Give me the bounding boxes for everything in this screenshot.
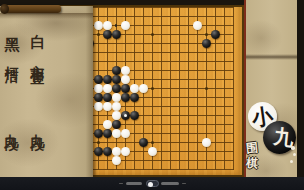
hoshi-point: [97, 141, 100, 144]
logo-dot-icon: [293, 153, 296, 156]
black-stone: [103, 129, 112, 138]
black-stone: [103, 147, 112, 156]
black-stone: [103, 93, 112, 102]
hoshi-point: [151, 87, 154, 90]
white-stone: [103, 120, 112, 129]
white-stone: [121, 66, 130, 75]
white-stone: [103, 102, 112, 111]
hoshi-point: [205, 33, 208, 36]
logo-dot-icon: [291, 146, 295, 150]
black-stone: [112, 30, 121, 39]
white-stone: [139, 84, 148, 93]
players-scroll-panel: 白 卞相壹 九段 黑 柯洁 九段: [0, 0, 95, 177]
white-stone: [103, 21, 112, 30]
last-move-marker: [124, 114, 127, 117]
logo-char-nine: 九: [266, 122, 302, 152]
black-stone: [211, 30, 220, 39]
black-stone: [112, 84, 121, 93]
hoshi-point: [205, 87, 208, 90]
scroll-paper: [0, 6, 93, 177]
hoshi-point: [151, 33, 154, 36]
white-player-label: 白: [30, 22, 45, 24]
black-player-name: 柯洁: [5, 55, 19, 61]
video-control-bar[interactable]: [0, 177, 304, 190]
black-stone: [130, 111, 139, 120]
black-player-label: 黑: [4, 25, 19, 27]
white-stone: [148, 147, 157, 156]
black-player-rank: 九段: [5, 123, 19, 129]
black-stone: [103, 75, 112, 84]
black-stone: [139, 138, 148, 147]
bar-text-right: [161, 182, 179, 186]
danmaku-toggle[interactable]: [146, 180, 159, 187]
white-player-rank: 九段: [31, 123, 45, 129]
white-stone: [112, 93, 121, 102]
bar-text-left: [126, 182, 142, 186]
white-stone: [103, 84, 112, 93]
white-stone: [112, 102, 121, 111]
scroll-top-shadow: [0, 13, 93, 19]
bar-dash-icon: [182, 183, 186, 185]
white-stone: [121, 129, 130, 138]
video-frame: 小 九 围 棋 白 卞相壹 九段 黑 柯洁 九段: [0, 0, 304, 190]
hoshi-point: [151, 141, 154, 144]
white-player-name: 卞相壹: [31, 53, 45, 62]
bar-dash-icon: [119, 183, 123, 185]
hoshi-point: [97, 33, 100, 36]
black-stone: [103, 30, 112, 39]
white-stone: [112, 111, 121, 120]
white-stone: [130, 84, 139, 93]
white-stone: [112, 147, 121, 156]
white-stone: [121, 75, 130, 84]
black-stone: [112, 75, 121, 84]
white-stone: [112, 129, 121, 138]
ko-point-marker: [115, 24, 118, 27]
toggle-knob: [148, 182, 153, 187]
black-stone: [121, 84, 130, 93]
scroll-rod: [1, 5, 61, 13]
white-stone: [193, 21, 202, 30]
white-stone: [121, 21, 130, 30]
black-stone: [112, 120, 121, 129]
black-stone: [121, 93, 130, 102]
black-stone: [202, 39, 211, 48]
logo-char-qi: 棋: [245, 155, 258, 173]
paper-crease: [246, 54, 297, 60]
white-stone: [112, 156, 121, 165]
logo-dot-icon: [290, 160, 293, 163]
black-stone: [112, 66, 121, 75]
black-stone: [130, 93, 139, 102]
channel-logo-seal: 小 九 围 棋: [244, 100, 300, 176]
white-stone: [202, 138, 211, 147]
white-stone: [121, 147, 130, 156]
